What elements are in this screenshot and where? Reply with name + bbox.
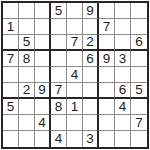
cell-r1c9-empty[interactable]	[131, 3, 147, 19]
cell-r7c1-given[interactable]: 5	[3, 99, 19, 115]
cell-r4c5-empty[interactable]	[67, 51, 83, 67]
cell-r2c7-given[interactable]: 7	[99, 19, 115, 35]
cell-r4c9-empty[interactable]	[131, 51, 147, 67]
cell-r5c9-empty[interactable]	[131, 67, 147, 83]
cell-r1c4-given[interactable]: 5	[51, 3, 67, 19]
cell-r1c6-given[interactable]: 9	[83, 3, 99, 19]
cell-r7c8-given[interactable]: 4	[115, 99, 131, 115]
cell-r6c1-empty[interactable]	[3, 83, 19, 99]
cell-r5c4-empty[interactable]	[51, 67, 67, 83]
cell-r9c1-empty[interactable]	[3, 131, 19, 147]
cell-r9c7-empty[interactable]	[99, 131, 115, 147]
cell-r3c7-empty[interactable]	[99, 35, 115, 51]
cell-r6c3-given[interactable]: 9	[35, 83, 51, 99]
cell-r4c3-empty[interactable]	[35, 51, 51, 67]
cell-r1c7-empty[interactable]	[99, 3, 115, 19]
cell-r8c9-given[interactable]: 7	[131, 115, 147, 131]
cell-r4c8-given[interactable]: 3	[115, 51, 131, 67]
cell-r2c5-empty[interactable]	[67, 19, 83, 35]
cell-r8c1-empty[interactable]	[3, 115, 19, 131]
cell-r5c5-given[interactable]: 4	[67, 67, 83, 83]
cell-r1c2-empty[interactable]	[19, 3, 35, 19]
cell-r9c2-empty[interactable]	[19, 131, 35, 147]
cell-r2c1-given[interactable]: 1	[3, 19, 19, 35]
cell-r1c3-empty[interactable]	[35, 3, 51, 19]
cell-r8c7-empty[interactable]	[99, 115, 115, 131]
cell-r5c3-empty[interactable]	[35, 67, 51, 83]
cell-r4c4-empty[interactable]	[51, 51, 67, 67]
cell-r4c1-given[interactable]: 7	[3, 51, 19, 67]
cell-r7c7-empty[interactable]	[99, 99, 115, 115]
cell-r9c4-given[interactable]: 4	[51, 131, 67, 147]
cell-r9c3-empty[interactable]	[35, 131, 51, 147]
cell-r7c6-empty[interactable]	[83, 99, 99, 115]
cell-r7c5-given[interactable]: 1	[67, 99, 83, 115]
cell-r5c1-empty[interactable]	[3, 67, 19, 83]
cell-r3c5-given[interactable]: 7	[67, 35, 83, 51]
cell-r5c7-empty[interactable]	[99, 67, 115, 83]
cell-r5c8-empty[interactable]	[115, 67, 131, 83]
cell-r8c5-empty[interactable]	[67, 115, 83, 131]
sudoku-board: 591757267869342976558144743	[1, 1, 149, 149]
cell-r3c2-given[interactable]: 5	[19, 35, 35, 51]
cell-r3c8-empty[interactable]	[115, 35, 131, 51]
cell-r9c6-given[interactable]: 3	[83, 131, 99, 147]
cell-r8c8-empty[interactable]	[115, 115, 131, 131]
cell-r1c1-empty[interactable]	[3, 3, 19, 19]
cell-r7c2-empty[interactable]	[19, 99, 35, 115]
sudoku-puzzle: 591757267869342976558144743	[0, 0, 150, 150]
cell-r6c2-given[interactable]: 2	[19, 83, 35, 99]
cell-r6c5-empty[interactable]	[67, 83, 83, 99]
cell-r7c4-given[interactable]: 8	[51, 99, 67, 115]
cell-r3c9-given[interactable]: 6	[131, 35, 147, 51]
cell-r8c4-empty[interactable]	[51, 115, 67, 131]
cell-r3c3-empty[interactable]	[35, 35, 51, 51]
cell-r4c7-given[interactable]: 9	[99, 51, 115, 67]
cell-r8c6-empty[interactable]	[83, 115, 99, 131]
cell-r3c1-empty[interactable]	[3, 35, 19, 51]
cell-r3c4-empty[interactable]	[51, 35, 67, 51]
cell-r4c2-given[interactable]: 8	[19, 51, 35, 67]
cell-r6c4-given[interactable]: 7	[51, 83, 67, 99]
cell-r6c6-empty[interactable]	[83, 83, 99, 99]
cell-r5c2-empty[interactable]	[19, 67, 35, 83]
cell-r2c4-empty[interactable]	[51, 19, 67, 35]
cell-r7c3-empty[interactable]	[35, 99, 51, 115]
cell-r2c8-empty[interactable]	[115, 19, 131, 35]
cell-r2c3-empty[interactable]	[35, 19, 51, 35]
cell-r2c2-empty[interactable]	[19, 19, 35, 35]
cell-r3c6-given[interactable]: 2	[83, 35, 99, 51]
cell-r4c6-given[interactable]: 6	[83, 51, 99, 67]
cell-r1c5-empty[interactable]	[67, 3, 83, 19]
cell-r5c6-empty[interactable]	[83, 67, 99, 83]
cell-r6c8-given[interactable]: 6	[115, 83, 131, 99]
cell-r6c7-empty[interactable]	[99, 83, 115, 99]
cell-r1c8-empty[interactable]	[115, 3, 131, 19]
cell-r9c8-empty[interactable]	[115, 131, 131, 147]
cell-r2c9-empty[interactable]	[131, 19, 147, 35]
cell-r9c5-empty[interactable]	[67, 131, 83, 147]
cell-r7c9-empty[interactable]	[131, 99, 147, 115]
cell-r8c2-empty[interactable]	[19, 115, 35, 131]
cell-r2c6-empty[interactable]	[83, 19, 99, 35]
cell-r9c9-empty[interactable]	[131, 131, 147, 147]
cell-r8c3-given[interactable]: 4	[35, 115, 51, 131]
cell-r6c9-given[interactable]: 5	[131, 83, 147, 99]
